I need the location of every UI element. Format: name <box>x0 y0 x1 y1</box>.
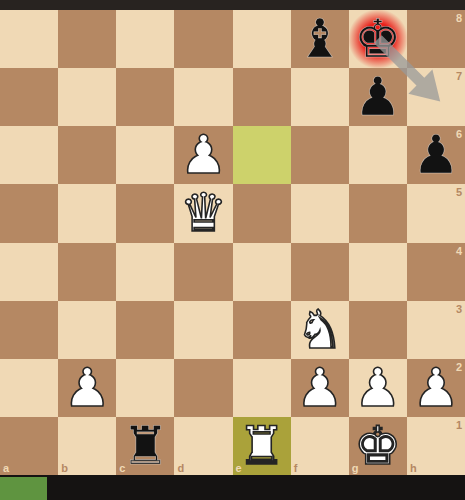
black-pawn[interactable]: ♟ <box>354 68 402 126</box>
square-d1[interactable]: d <box>174 417 232 475</box>
square-e7[interactable] <box>233 68 291 126</box>
square-d7[interactable] <box>174 68 232 126</box>
square-b3[interactable] <box>58 301 116 359</box>
square-a7[interactable] <box>0 68 58 126</box>
page: ♝♚8♟7♟♟6♛54♞3♟♟♟♟2ab♜cd♜ef♚g1h <box>0 0 465 500</box>
rank-label-3: 3 <box>456 303 462 315</box>
square-h1[interactable]: 1h <box>407 417 465 475</box>
square-h2[interactable]: ♟2 <box>407 359 465 417</box>
square-b7[interactable] <box>58 68 116 126</box>
square-c3[interactable] <box>116 301 174 359</box>
square-d3[interactable] <box>174 301 232 359</box>
white-rook[interactable]: ♜ <box>238 417 286 475</box>
chess-board: ♝♚8♟7♟♟6♛54♞3♟♟♟♟2ab♜cd♜ef♚g1h <box>0 10 465 475</box>
square-a6[interactable] <box>0 126 58 184</box>
file-label-d: d <box>177 462 184 474</box>
square-a3[interactable] <box>0 301 58 359</box>
square-e4[interactable] <box>233 243 291 301</box>
square-h5[interactable]: 5 <box>407 184 465 242</box>
rank-label-7: 7 <box>456 70 462 82</box>
square-e5[interactable] <box>233 184 291 242</box>
square-c5[interactable] <box>116 184 174 242</box>
file-label-b: b <box>61 462 68 474</box>
square-f1[interactable]: f <box>291 417 349 475</box>
square-d8[interactable] <box>174 10 232 68</box>
square-e8[interactable] <box>233 10 291 68</box>
square-c8[interactable] <box>116 10 174 68</box>
rank-label-5: 5 <box>456 186 462 198</box>
square-h6[interactable]: ♟6 <box>407 126 465 184</box>
square-d2[interactable] <box>174 359 232 417</box>
square-b8[interactable] <box>58 10 116 68</box>
page-top-bar <box>0 0 465 10</box>
square-f8[interactable]: ♝ <box>291 10 349 68</box>
square-g6[interactable] <box>349 126 407 184</box>
square-g8[interactable]: ♚ <box>349 10 407 68</box>
white-pawn[interactable]: ♟ <box>180 126 228 184</box>
square-a4[interactable] <box>0 243 58 301</box>
white-pawn[interactable]: ♟ <box>354 359 402 417</box>
square-e1[interactable]: ♜e <box>233 417 291 475</box>
square-a5[interactable] <box>0 184 58 242</box>
square-e2[interactable] <box>233 359 291 417</box>
square-f7[interactable] <box>291 68 349 126</box>
square-a8[interactable] <box>0 10 58 68</box>
square-d6[interactable]: ♟ <box>174 126 232 184</box>
square-d4[interactable] <box>174 243 232 301</box>
file-label-h: h <box>410 462 417 474</box>
square-g3[interactable] <box>349 301 407 359</box>
white-knight[interactable]: ♞ <box>296 301 344 359</box>
square-h3[interactable]: 3 <box>407 301 465 359</box>
square-g7[interactable]: ♟ <box>349 68 407 126</box>
white-pawn[interactable]: ♟ <box>296 359 344 417</box>
rank-label-4: 4 <box>456 245 462 257</box>
square-h7[interactable]: 7 <box>407 68 465 126</box>
square-f4[interactable] <box>291 243 349 301</box>
white-king[interactable]: ♚ <box>354 417 402 475</box>
square-c1[interactable]: ♜c <box>116 417 174 475</box>
black-king[interactable]: ♚ <box>354 10 402 68</box>
square-a1[interactable]: a <box>0 417 58 475</box>
square-b2[interactable]: ♟ <box>58 359 116 417</box>
square-d5[interactable]: ♛ <box>174 184 232 242</box>
square-f6[interactable] <box>291 126 349 184</box>
square-g1[interactable]: ♚g <box>349 417 407 475</box>
white-pawn[interactable]: ♟ <box>412 359 460 417</box>
black-pawn[interactable]: ♟ <box>412 126 460 184</box>
square-h8[interactable]: 8 <box>407 10 465 68</box>
square-g2[interactable]: ♟ <box>349 359 407 417</box>
page-bottom-bar <box>0 475 465 500</box>
white-queen[interactable]: ♛ <box>180 184 228 242</box>
black-bishop[interactable]: ♝ <box>296 10 344 68</box>
square-e3[interactable] <box>233 301 291 359</box>
square-f2[interactable]: ♟ <box>291 359 349 417</box>
square-b4[interactable] <box>58 243 116 301</box>
file-label-a: a <box>3 462 9 474</box>
square-b1[interactable]: b <box>58 417 116 475</box>
square-a2[interactable] <box>0 359 58 417</box>
square-c6[interactable] <box>116 126 174 184</box>
rank-label-8: 8 <box>456 12 462 24</box>
square-h4[interactable]: 4 <box>407 243 465 301</box>
black-rook[interactable]: ♜ <box>122 417 170 475</box>
square-e6[interactable] <box>233 126 291 184</box>
square-c4[interactable] <box>116 243 174 301</box>
rank-label-1: 1 <box>456 419 462 431</box>
square-f5[interactable] <box>291 184 349 242</box>
white-pawn[interactable]: ♟ <box>63 359 111 417</box>
green-accent <box>0 477 47 500</box>
square-g5[interactable] <box>349 184 407 242</box>
square-c2[interactable] <box>116 359 174 417</box>
square-g4[interactable] <box>349 243 407 301</box>
square-c7[interactable] <box>116 68 174 126</box>
square-b6[interactable] <box>58 126 116 184</box>
square-f3[interactable]: ♞ <box>291 301 349 359</box>
file-label-f: f <box>294 462 298 474</box>
square-b5[interactable] <box>58 184 116 242</box>
